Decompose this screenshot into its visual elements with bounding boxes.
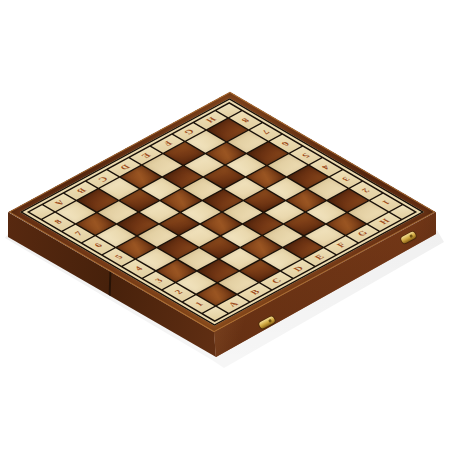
brass-clasp-right	[400, 231, 417, 244]
file-label-text: C	[96, 175, 109, 183]
file-label-text: A	[53, 199, 66, 207]
file-label-text: G	[182, 128, 196, 136]
board-pinstripe-border: 87654321HHGGFFEEDDCCBBAA87654321	[20, 98, 424, 326]
chessboard: 87654321HHGGFFEEDDCCBBAA87654321	[8, 92, 435, 332]
file-label-text: D	[291, 265, 304, 273]
rank-label-text: 7	[73, 230, 85, 237]
rank-label-text: 8	[52, 218, 64, 225]
board-rim: 87654321HHGGFFEEDDCCBBAA87654321	[8, 92, 435, 332]
rank-label-text: 8	[239, 117, 251, 124]
file-label-text: G	[356, 230, 370, 238]
file-label-text: H	[204, 116, 218, 124]
fold-seam	[109, 271, 112, 297]
rank-label-text: 5	[300, 152, 312, 159]
rank-label-text: 7	[260, 129, 272, 136]
rank-label-text: 1	[380, 199, 392, 206]
rank-label-text: 1	[193, 301, 205, 308]
file-label-text: D	[118, 163, 131, 171]
file-label-text: E	[313, 253, 326, 260]
file-label-text: C	[270, 277, 283, 285]
file-label-text: H	[378, 218, 392, 226]
file-label-text: E	[140, 152, 153, 159]
file-label-text: A	[226, 300, 239, 308]
rank-label-text: 5	[113, 254, 125, 261]
file-label-text: F	[335, 242, 347, 249]
rank-label-text: 2	[173, 289, 185, 296]
rank-label-text: 4	[320, 164, 332, 171]
file-label-text: B	[75, 187, 88, 194]
rank-label-text: 6	[93, 242, 105, 249]
rank-label-text: 6	[280, 140, 292, 147]
rank-label-text: 3	[340, 176, 352, 183]
scene: 87654321HHGGFFEEDDCCBBAA87654321	[0, 0, 450, 450]
file-label-text: F	[161, 140, 173, 147]
rank-label-text: 3	[153, 277, 165, 284]
rank-label-text: 2	[360, 187, 372, 194]
rank-label-text: 4	[133, 265, 145, 272]
file-label-text: B	[248, 288, 261, 295]
